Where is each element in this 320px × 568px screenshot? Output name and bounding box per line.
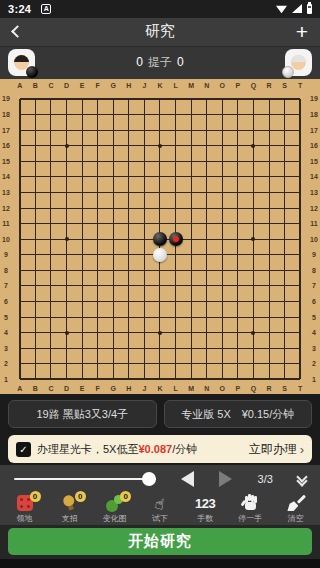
intersection-F13[interactable] bbox=[90, 185, 106, 201]
intersection-F14[interactable] bbox=[90, 169, 106, 185]
intersection-C12[interactable] bbox=[43, 200, 59, 216]
collapse-panel-button[interactable] bbox=[298, 473, 306, 485]
intersection-N12[interactable] bbox=[199, 200, 215, 216]
intersection-A17[interactable] bbox=[12, 122, 28, 138]
intersection-S6[interactable] bbox=[277, 294, 293, 310]
intersection-G8[interactable] bbox=[105, 263, 121, 279]
intersection-R18[interactable] bbox=[261, 107, 277, 123]
intersection-G2[interactable] bbox=[105, 356, 121, 372]
pass-button[interactable]: 停一手 bbox=[228, 493, 273, 525]
intersection-A2[interactable] bbox=[12, 356, 28, 372]
intersection-N16[interactable] bbox=[199, 138, 215, 154]
intersection-M8[interactable] bbox=[183, 263, 199, 279]
intersection-C10[interactable] bbox=[43, 231, 59, 247]
intersection-H8[interactable] bbox=[121, 263, 137, 279]
intersection-S15[interactable] bbox=[277, 154, 293, 170]
intersection-O16[interactable] bbox=[215, 138, 231, 154]
move-numbers-button[interactable]: 123 手数 bbox=[183, 493, 228, 525]
intersection-M1[interactable] bbox=[183, 372, 199, 388]
intersection-G16[interactable] bbox=[105, 138, 121, 154]
intersection-O2[interactable] bbox=[215, 356, 231, 372]
intersection-A3[interactable] bbox=[12, 340, 28, 356]
intersection-Q4[interactable] bbox=[246, 325, 262, 341]
intersection-O5[interactable] bbox=[215, 309, 231, 325]
intersection-M17[interactable] bbox=[183, 122, 199, 138]
intersection-L8[interactable] bbox=[168, 263, 184, 279]
intersection-R9[interactable] bbox=[261, 247, 277, 263]
intersection-L7[interactable] bbox=[168, 278, 184, 294]
intersection-H3[interactable] bbox=[121, 340, 137, 356]
intersection-O7[interactable] bbox=[215, 278, 231, 294]
intersection-Q5[interactable] bbox=[246, 309, 262, 325]
hint-button[interactable]: 0 支招 bbox=[47, 493, 92, 525]
intersection-S9[interactable] bbox=[277, 247, 293, 263]
intersection-E10[interactable] bbox=[74, 231, 90, 247]
intersection-H18[interactable] bbox=[121, 107, 137, 123]
intersection-J13[interactable] bbox=[137, 185, 153, 201]
intersection-J2[interactable] bbox=[137, 356, 153, 372]
intersection-K8[interactable] bbox=[152, 263, 168, 279]
intersection-R11[interactable] bbox=[261, 216, 277, 232]
intersection-S7[interactable] bbox=[277, 278, 293, 294]
intersection-N10[interactable] bbox=[199, 231, 215, 247]
intersection-N3[interactable] bbox=[199, 340, 215, 356]
intersection-M9[interactable] bbox=[183, 247, 199, 263]
intersection-T19[interactable] bbox=[292, 91, 308, 107]
intersection-O1[interactable] bbox=[215, 372, 231, 388]
intersection-F7[interactable] bbox=[90, 278, 106, 294]
intersection-D12[interactable] bbox=[59, 200, 75, 216]
intersection-P7[interactable] bbox=[230, 278, 246, 294]
intersection-C14[interactable] bbox=[43, 169, 59, 185]
plan-button[interactable]: 专业版 5X ¥0.15/分钟 bbox=[164, 400, 313, 428]
try-move-button[interactable]: ☝ 试下 bbox=[137, 493, 182, 525]
intersection-S11[interactable] bbox=[277, 216, 293, 232]
intersection-T18[interactable] bbox=[292, 107, 308, 123]
intersection-F17[interactable] bbox=[90, 122, 106, 138]
intersection-F10[interactable] bbox=[90, 231, 106, 247]
intersection-F8[interactable] bbox=[90, 263, 106, 279]
intersection-B14[interactable] bbox=[28, 169, 44, 185]
intersection-N14[interactable] bbox=[199, 169, 215, 185]
intersection-Q17[interactable] bbox=[246, 122, 262, 138]
intersection-F15[interactable] bbox=[90, 154, 106, 170]
intersection-J7[interactable] bbox=[137, 278, 153, 294]
intersection-T6[interactable] bbox=[292, 294, 308, 310]
intersection-R7[interactable] bbox=[261, 278, 277, 294]
intersection-D8[interactable] bbox=[59, 263, 75, 279]
intersection-T10[interactable] bbox=[292, 231, 308, 247]
intersection-L5[interactable] bbox=[168, 309, 184, 325]
intersection-K19[interactable] bbox=[152, 91, 168, 107]
intersection-P18[interactable] bbox=[230, 107, 246, 123]
move-slider[interactable] bbox=[14, 472, 156, 486]
intersection-P15[interactable] bbox=[230, 154, 246, 170]
next-move-button[interactable] bbox=[219, 471, 232, 487]
intersection-F6[interactable] bbox=[90, 294, 106, 310]
intersection-R14[interactable] bbox=[261, 169, 277, 185]
intersection-Q15[interactable] bbox=[246, 154, 262, 170]
intersection-A9[interactable] bbox=[12, 247, 28, 263]
intersection-G18[interactable] bbox=[105, 107, 121, 123]
intersection-H15[interactable] bbox=[121, 154, 137, 170]
intersection-N13[interactable] bbox=[199, 185, 215, 201]
intersection-C6[interactable] bbox=[43, 294, 59, 310]
intersection-C1[interactable] bbox=[43, 372, 59, 388]
intersection-R5[interactable] bbox=[261, 309, 277, 325]
intersection-S17[interactable] bbox=[277, 122, 293, 138]
intersection-E13[interactable] bbox=[74, 185, 90, 201]
intersection-H12[interactable] bbox=[121, 200, 137, 216]
intersection-D1[interactable] bbox=[59, 372, 75, 388]
intersection-N11[interactable] bbox=[199, 216, 215, 232]
intersection-T13[interactable] bbox=[292, 185, 308, 201]
intersection-A15[interactable] bbox=[12, 154, 28, 170]
intersection-T1[interactable] bbox=[292, 372, 308, 388]
intersection-N6[interactable] bbox=[199, 294, 215, 310]
intersection-B1[interactable] bbox=[28, 372, 44, 388]
intersection-D18[interactable] bbox=[59, 107, 75, 123]
intersection-N4[interactable] bbox=[199, 325, 215, 341]
intersection-M4[interactable] bbox=[183, 325, 199, 341]
intersection-J8[interactable] bbox=[137, 263, 153, 279]
intersection-F12[interactable] bbox=[90, 200, 106, 216]
intersection-D9[interactable] bbox=[59, 247, 75, 263]
intersection-D7[interactable] bbox=[59, 278, 75, 294]
intersection-R17[interactable] bbox=[261, 122, 277, 138]
intersection-J16[interactable] bbox=[137, 138, 153, 154]
intersection-G6[interactable] bbox=[105, 294, 121, 310]
intersection-L14[interactable] bbox=[168, 169, 184, 185]
intersection-R10[interactable] bbox=[261, 231, 277, 247]
intersection-K2[interactable] bbox=[152, 356, 168, 372]
intersection-O9[interactable] bbox=[215, 247, 231, 263]
intersection-T15[interactable] bbox=[292, 154, 308, 170]
intersection-M16[interactable] bbox=[183, 138, 199, 154]
intersection-H7[interactable] bbox=[121, 278, 137, 294]
intersection-P19[interactable] bbox=[230, 91, 246, 107]
intersection-L11[interactable] bbox=[168, 216, 184, 232]
intersection-N19[interactable] bbox=[199, 91, 215, 107]
intersection-R15[interactable] bbox=[261, 154, 277, 170]
intersection-M14[interactable] bbox=[183, 169, 199, 185]
intersection-P2[interactable] bbox=[230, 356, 246, 372]
intersection-J14[interactable] bbox=[137, 169, 153, 185]
intersection-Q3[interactable] bbox=[246, 340, 262, 356]
intersection-B10[interactable] bbox=[28, 231, 44, 247]
intersection-O8[interactable] bbox=[215, 263, 231, 279]
intersection-B4[interactable] bbox=[28, 325, 44, 341]
intersection-L1[interactable] bbox=[168, 372, 184, 388]
intersection-D16[interactable] bbox=[59, 138, 75, 154]
intersection-F9[interactable] bbox=[90, 247, 106, 263]
intersection-C13[interactable] bbox=[43, 185, 59, 201]
intersection-G11[interactable] bbox=[105, 216, 121, 232]
intersection-E18[interactable] bbox=[74, 107, 90, 123]
prev-move-button[interactable] bbox=[181, 471, 194, 487]
intersection-K16[interactable] bbox=[152, 138, 168, 154]
intersection-Q12[interactable] bbox=[246, 200, 262, 216]
intersection-B16[interactable] bbox=[28, 138, 44, 154]
intersection-F16[interactable] bbox=[90, 138, 106, 154]
intersection-H6[interactable] bbox=[121, 294, 137, 310]
intersection-E12[interactable] bbox=[74, 200, 90, 216]
intersection-R4[interactable] bbox=[261, 325, 277, 341]
promo-banner[interactable]: ✓ 办理星光卡，5X低至¥0.087/分钟 立即办理› bbox=[8, 435, 312, 463]
intersection-C11[interactable] bbox=[43, 216, 59, 232]
intersection-D6[interactable] bbox=[59, 294, 75, 310]
intersection-D17[interactable] bbox=[59, 122, 75, 138]
intersection-S16[interactable] bbox=[277, 138, 293, 154]
intersection-C17[interactable] bbox=[43, 122, 59, 138]
intersection-T5[interactable] bbox=[292, 309, 308, 325]
intersection-H9[interactable] bbox=[121, 247, 137, 263]
intersection-M19[interactable] bbox=[183, 91, 199, 107]
intersection-O18[interactable] bbox=[215, 107, 231, 123]
intersection-Q19[interactable] bbox=[246, 91, 262, 107]
intersection-Q14[interactable] bbox=[246, 169, 262, 185]
intersection-D13[interactable] bbox=[59, 185, 75, 201]
intersection-N9[interactable] bbox=[199, 247, 215, 263]
intersection-A14[interactable] bbox=[12, 169, 28, 185]
intersection-S19[interactable] bbox=[277, 91, 293, 107]
intersection-E17[interactable] bbox=[74, 122, 90, 138]
intersection-H2[interactable] bbox=[121, 356, 137, 372]
intersection-A7[interactable] bbox=[12, 278, 28, 294]
intersection-A8[interactable] bbox=[12, 263, 28, 279]
intersection-C19[interactable] bbox=[43, 91, 59, 107]
intersection-R19[interactable] bbox=[261, 91, 277, 107]
intersection-S14[interactable] bbox=[277, 169, 293, 185]
intersection-B11[interactable] bbox=[28, 216, 44, 232]
intersection-C18[interactable] bbox=[43, 107, 59, 123]
intersection-L4[interactable] bbox=[168, 325, 184, 341]
intersection-P10[interactable] bbox=[230, 231, 246, 247]
intersection-K12[interactable] bbox=[152, 200, 168, 216]
intersection-G15[interactable] bbox=[105, 154, 121, 170]
intersection-K13[interactable] bbox=[152, 185, 168, 201]
intersection-P6[interactable] bbox=[230, 294, 246, 310]
intersection-D3[interactable] bbox=[59, 340, 75, 356]
intersection-P14[interactable] bbox=[230, 169, 246, 185]
intersection-B8[interactable] bbox=[28, 263, 44, 279]
intersection-R13[interactable] bbox=[261, 185, 277, 201]
intersection-H10[interactable] bbox=[121, 231, 137, 247]
intersection-R2[interactable] bbox=[261, 356, 277, 372]
intersection-E11[interactable] bbox=[74, 216, 90, 232]
intersection-P1[interactable] bbox=[230, 372, 246, 388]
intersection-J1[interactable] bbox=[137, 372, 153, 388]
intersection-K17[interactable] bbox=[152, 122, 168, 138]
intersection-E19[interactable] bbox=[74, 91, 90, 107]
intersection-C7[interactable] bbox=[43, 278, 59, 294]
intersection-J5[interactable] bbox=[137, 309, 153, 325]
intersection-O13[interactable] bbox=[215, 185, 231, 201]
intersection-P16[interactable] bbox=[230, 138, 246, 154]
intersection-R3[interactable] bbox=[261, 340, 277, 356]
intersection-A18[interactable] bbox=[12, 107, 28, 123]
intersection-S5[interactable] bbox=[277, 309, 293, 325]
intersection-K15[interactable] bbox=[152, 154, 168, 170]
intersection-Q1[interactable] bbox=[246, 372, 262, 388]
intersection-J17[interactable] bbox=[137, 122, 153, 138]
intersection-D10[interactable] bbox=[59, 231, 75, 247]
intersection-K11[interactable] bbox=[152, 216, 168, 232]
intersection-B18[interactable] bbox=[28, 107, 44, 123]
go-board[interactable]: ABCDEFGHJKLMNOPQRST ABCDEFGHJKLMNOPQRST … bbox=[0, 79, 320, 394]
intersection-G4[interactable] bbox=[105, 325, 121, 341]
variation-button[interactable]: 0 变化图 bbox=[92, 493, 137, 525]
intersection-D4[interactable] bbox=[59, 325, 75, 341]
intersection-B15[interactable] bbox=[28, 154, 44, 170]
intersection-P12[interactable] bbox=[230, 200, 246, 216]
intersection-L2[interactable] bbox=[168, 356, 184, 372]
intersection-F3[interactable] bbox=[90, 340, 106, 356]
intersection-G1[interactable] bbox=[105, 372, 121, 388]
intersection-E1[interactable] bbox=[74, 372, 90, 388]
intersection-K7[interactable] bbox=[152, 278, 168, 294]
intersection-E6[interactable] bbox=[74, 294, 90, 310]
intersection-E16[interactable] bbox=[74, 138, 90, 154]
intersection-P13[interactable] bbox=[230, 185, 246, 201]
intersection-L6[interactable] bbox=[168, 294, 184, 310]
intersection-T14[interactable] bbox=[292, 169, 308, 185]
intersection-O10[interactable] bbox=[215, 231, 231, 247]
intersection-G3[interactable] bbox=[105, 340, 121, 356]
intersection-E2[interactable] bbox=[74, 356, 90, 372]
intersection-Q13[interactable] bbox=[246, 185, 262, 201]
intersection-A4[interactable] bbox=[12, 325, 28, 341]
intersection-L16[interactable] bbox=[168, 138, 184, 154]
intersection-F19[interactable] bbox=[90, 91, 106, 107]
intersection-K5[interactable] bbox=[152, 309, 168, 325]
intersection-N1[interactable] bbox=[199, 372, 215, 388]
intersection-S3[interactable] bbox=[277, 340, 293, 356]
intersection-G10[interactable] bbox=[105, 231, 121, 247]
intersection-C9[interactable] bbox=[43, 247, 59, 263]
intersection-P9[interactable] bbox=[230, 247, 246, 263]
intersection-D11[interactable] bbox=[59, 216, 75, 232]
intersection-T8[interactable] bbox=[292, 263, 308, 279]
intersection-N8[interactable] bbox=[199, 263, 215, 279]
intersection-G13[interactable] bbox=[105, 185, 121, 201]
intersection-R1[interactable] bbox=[261, 372, 277, 388]
intersection-O6[interactable] bbox=[215, 294, 231, 310]
intersection-M12[interactable] bbox=[183, 200, 199, 216]
intersection-O19[interactable] bbox=[215, 91, 231, 107]
intersection-O14[interactable] bbox=[215, 169, 231, 185]
intersection-O15[interactable] bbox=[215, 154, 231, 170]
intersection-N2[interactable] bbox=[199, 356, 215, 372]
intersection-R8[interactable] bbox=[261, 263, 277, 279]
intersection-R6[interactable] bbox=[261, 294, 277, 310]
intersection-M13[interactable] bbox=[183, 185, 199, 201]
intersection-P11[interactable] bbox=[230, 216, 246, 232]
intersection-F2[interactable] bbox=[90, 356, 106, 372]
intersection-L12[interactable] bbox=[168, 200, 184, 216]
intersection-B5[interactable] bbox=[28, 309, 44, 325]
intersection-S12[interactable] bbox=[277, 200, 293, 216]
intersection-M18[interactable] bbox=[183, 107, 199, 123]
intersection-M11[interactable] bbox=[183, 216, 199, 232]
intersection-G9[interactable] bbox=[105, 247, 121, 263]
intersection-D15[interactable] bbox=[59, 154, 75, 170]
intersection-B9[interactable] bbox=[28, 247, 44, 263]
intersection-P17[interactable] bbox=[230, 122, 246, 138]
intersection-H5[interactable] bbox=[121, 309, 137, 325]
intersection-T3[interactable] bbox=[292, 340, 308, 356]
intersection-O11[interactable] bbox=[215, 216, 231, 232]
intersection-M3[interactable] bbox=[183, 340, 199, 356]
intersection-N17[interactable] bbox=[199, 122, 215, 138]
intersection-M15[interactable] bbox=[183, 154, 199, 170]
intersection-N15[interactable] bbox=[199, 154, 215, 170]
intersection-J18[interactable] bbox=[137, 107, 153, 123]
intersection-B2[interactable] bbox=[28, 356, 44, 372]
intersection-J11[interactable] bbox=[137, 216, 153, 232]
intersection-B17[interactable] bbox=[28, 122, 44, 138]
intersection-P4[interactable] bbox=[230, 325, 246, 341]
intersection-Q6[interactable] bbox=[246, 294, 262, 310]
intersection-R16[interactable] bbox=[261, 138, 277, 154]
intersection-M7[interactable] bbox=[183, 278, 199, 294]
intersection-E15[interactable] bbox=[74, 154, 90, 170]
intersection-L18[interactable] bbox=[168, 107, 184, 123]
intersection-L19[interactable] bbox=[168, 91, 184, 107]
intersection-Q7[interactable] bbox=[246, 278, 262, 294]
intersection-G19[interactable] bbox=[105, 91, 121, 107]
intersection-H1[interactable] bbox=[121, 372, 137, 388]
intersection-C5[interactable] bbox=[43, 309, 59, 325]
rules-button[interactable]: 19路 黑贴3又3/4子 bbox=[8, 400, 157, 428]
intersection-E7[interactable] bbox=[74, 278, 90, 294]
intersection-G12[interactable] bbox=[105, 200, 121, 216]
intersection-J10[interactable] bbox=[137, 231, 153, 247]
intersection-C16[interactable] bbox=[43, 138, 59, 154]
intersection-J12[interactable] bbox=[137, 200, 153, 216]
intersection-N18[interactable] bbox=[199, 107, 215, 123]
intersection-L10[interactable] bbox=[168, 231, 184, 247]
intersection-K10[interactable] bbox=[152, 231, 168, 247]
intersection-E5[interactable] bbox=[74, 309, 90, 325]
intersection-S4[interactable] bbox=[277, 325, 293, 341]
intersection-K1[interactable] bbox=[152, 372, 168, 388]
intersection-A11[interactable] bbox=[12, 216, 28, 232]
intersection-K18[interactable] bbox=[152, 107, 168, 123]
intersection-B3[interactable] bbox=[28, 340, 44, 356]
intersection-M2[interactable] bbox=[183, 356, 199, 372]
intersection-L17[interactable] bbox=[168, 122, 184, 138]
intersection-H14[interactable] bbox=[121, 169, 137, 185]
intersection-B19[interactable] bbox=[28, 91, 44, 107]
intersection-S13[interactable] bbox=[277, 185, 293, 201]
intersection-C4[interactable] bbox=[43, 325, 59, 341]
intersection-G7[interactable] bbox=[105, 278, 121, 294]
intersection-T4[interactable] bbox=[292, 325, 308, 341]
intersection-P5[interactable] bbox=[230, 309, 246, 325]
intersection-A19[interactable] bbox=[12, 91, 28, 107]
intersection-E8[interactable] bbox=[74, 263, 90, 279]
intersection-T12[interactable] bbox=[292, 200, 308, 216]
intersection-O12[interactable] bbox=[215, 200, 231, 216]
intersection-H16[interactable] bbox=[121, 138, 137, 154]
intersection-J4[interactable] bbox=[137, 325, 153, 341]
intersection-N7[interactable] bbox=[199, 278, 215, 294]
intersection-D19[interactable] bbox=[59, 91, 75, 107]
intersection-S1[interactable] bbox=[277, 372, 293, 388]
intersection-F18[interactable] bbox=[90, 107, 106, 123]
intersection-J19[interactable] bbox=[137, 91, 153, 107]
